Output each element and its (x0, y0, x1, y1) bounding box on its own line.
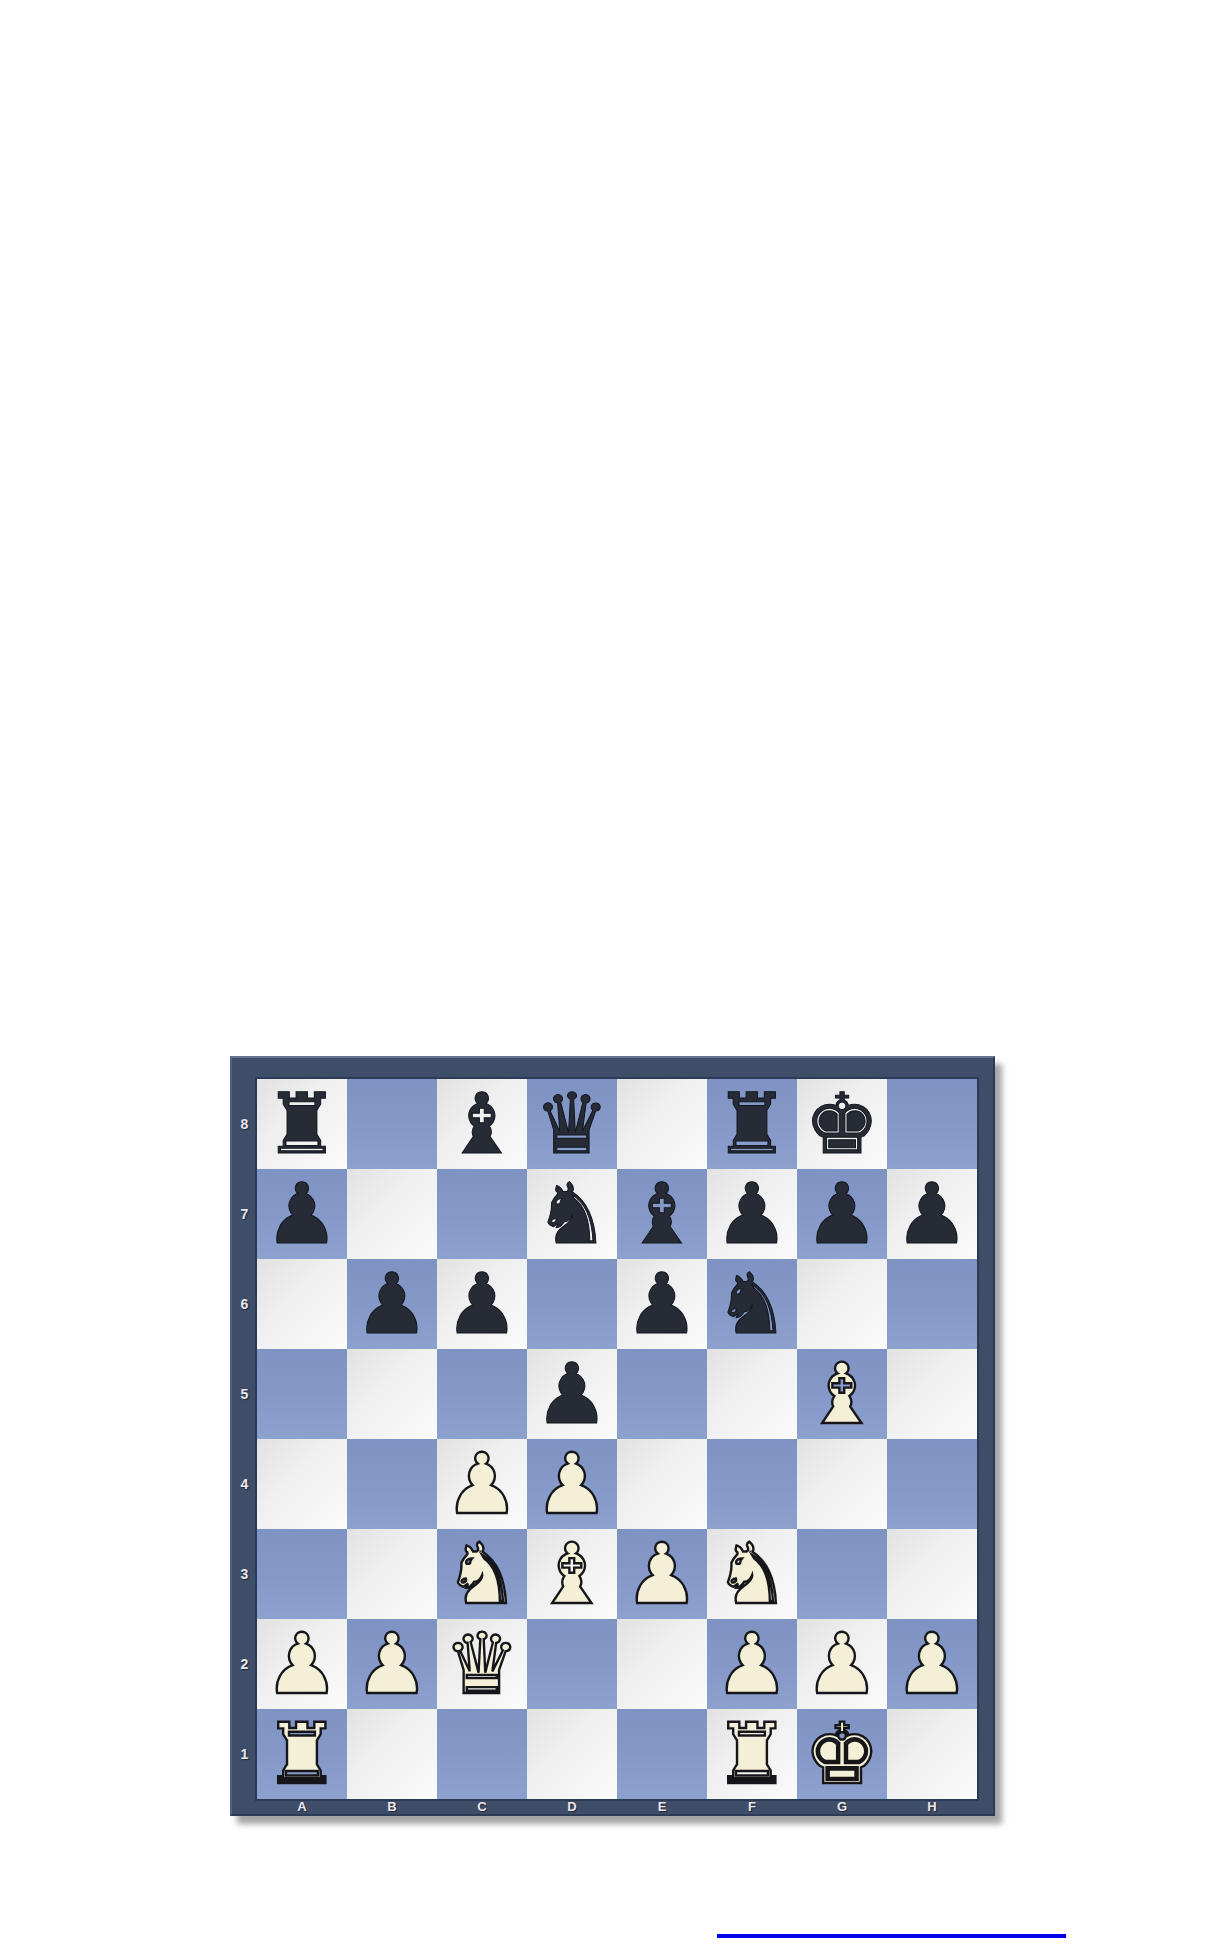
black-pawn-a7: ♟ (264, 1172, 339, 1256)
square-f3: ♞ (707, 1529, 797, 1619)
white-king-g1: ♚ (804, 1712, 879, 1796)
square-b4 (347, 1439, 437, 1529)
chess-board: 87654321 ♜♝♛♜♚♟♞♝♟♟♟♟♟♟♞♟♝♟♟♞♝♟♞♟♟♛♟♟♟♜♜… (230, 1056, 995, 1816)
square-g2: ♟ (797, 1619, 887, 1709)
square-a6 (257, 1259, 347, 1349)
square-a7: ♟ (257, 1169, 347, 1259)
bottom-link-underline[interactable] (717, 1934, 1066, 1938)
black-pawn-d5: ♟ (534, 1352, 609, 1436)
square-g6 (797, 1259, 887, 1349)
rank-label-6: 6 (232, 1259, 257, 1349)
file-label-f: F (707, 1799, 797, 1816)
square-c6: ♟ (437, 1259, 527, 1349)
square-e1 (617, 1709, 707, 1799)
white-pawn-a2: ♟ (264, 1622, 339, 1706)
black-pawn-b6: ♟ (354, 1262, 429, 1346)
square-d8: ♛ (527, 1079, 617, 1169)
white-pawn-h2: ♟ (894, 1622, 969, 1706)
square-f6: ♞ (707, 1259, 797, 1349)
white-bishop-d3: ♝ (534, 1532, 609, 1616)
square-c8: ♝ (437, 1079, 527, 1169)
square-g1: ♚ (797, 1709, 887, 1799)
rank-label-1: 1 (232, 1709, 257, 1799)
white-pawn-f2: ♟ (714, 1622, 789, 1706)
rank-label-3: 3 (232, 1529, 257, 1619)
black-knight-d7: ♞ (534, 1172, 609, 1256)
square-d5: ♟ (527, 1349, 617, 1439)
white-pawn-e3: ♟ (624, 1532, 699, 1616)
square-f8: ♜ (707, 1079, 797, 1169)
square-f7: ♟ (707, 1169, 797, 1259)
square-c2: ♛ (437, 1619, 527, 1709)
square-c7 (437, 1169, 527, 1259)
board-grid: ♜♝♛♜♚♟♞♝♟♟♟♟♟♟♞♟♝♟♟♞♝♟♞♟♟♛♟♟♟♜♜♚ (257, 1079, 977, 1799)
square-a5 (257, 1349, 347, 1439)
black-rook-a8: ♜ (264, 1082, 339, 1166)
square-h1 (887, 1709, 977, 1799)
file-label-d: D (527, 1799, 617, 1816)
square-a4 (257, 1439, 347, 1529)
rank-label-4: 4 (232, 1439, 257, 1529)
white-rook-a1: ♜ (264, 1712, 339, 1796)
black-pawn-g7: ♟ (804, 1172, 879, 1256)
white-knight-f3: ♞ (714, 1532, 789, 1616)
file-label-e: E (617, 1799, 707, 1816)
square-g3 (797, 1529, 887, 1619)
black-rook-f8: ♜ (714, 1082, 789, 1166)
file-label-c: C (437, 1799, 527, 1816)
square-f5 (707, 1349, 797, 1439)
white-bishop-g5: ♝ (804, 1352, 879, 1436)
square-c1 (437, 1709, 527, 1799)
square-e4 (617, 1439, 707, 1529)
square-h3 (887, 1529, 977, 1619)
square-b1 (347, 1709, 437, 1799)
black-queen-d8: ♛ (534, 1082, 609, 1166)
square-e2 (617, 1619, 707, 1709)
black-bishop-c8: ♝ (444, 1082, 519, 1166)
white-pawn-g2: ♟ (804, 1622, 879, 1706)
square-e5 (617, 1349, 707, 1439)
file-label-h: H (887, 1799, 977, 1816)
square-h5 (887, 1349, 977, 1439)
square-f1: ♜ (707, 1709, 797, 1799)
file-label-g: G (797, 1799, 887, 1816)
square-e3: ♟ (617, 1529, 707, 1619)
square-h2: ♟ (887, 1619, 977, 1709)
white-knight-c3: ♞ (444, 1532, 519, 1616)
square-a1: ♜ (257, 1709, 347, 1799)
white-queen-c2: ♛ (444, 1622, 519, 1706)
square-d4: ♟ (527, 1439, 617, 1529)
white-pawn-b2: ♟ (354, 1622, 429, 1706)
white-pawn-c4: ♟ (444, 1442, 519, 1526)
black-king-g8: ♚ (804, 1082, 879, 1166)
black-bishop-e7: ♝ (624, 1172, 699, 1256)
square-g5: ♝ (797, 1349, 887, 1439)
black-knight-f6: ♞ (714, 1262, 789, 1346)
square-d3: ♝ (527, 1529, 617, 1619)
square-h6 (887, 1259, 977, 1349)
square-g7: ♟ (797, 1169, 887, 1259)
square-f4 (707, 1439, 797, 1529)
white-pawn-d4: ♟ (534, 1442, 609, 1526)
square-a2: ♟ (257, 1619, 347, 1709)
file-label-a: A (257, 1799, 347, 1816)
black-pawn-c6: ♟ (444, 1262, 519, 1346)
white-rook-f1: ♜ (714, 1712, 789, 1796)
square-g4 (797, 1439, 887, 1529)
black-pawn-h7: ♟ (894, 1172, 969, 1256)
rank-label-7: 7 (232, 1169, 257, 1259)
square-c3: ♞ (437, 1529, 527, 1619)
rank-label-2: 2 (232, 1619, 257, 1709)
black-pawn-e6: ♟ (624, 1262, 699, 1346)
square-e7: ♝ (617, 1169, 707, 1259)
square-c5 (437, 1349, 527, 1439)
square-e8 (617, 1079, 707, 1169)
square-b6: ♟ (347, 1259, 437, 1349)
square-d2 (527, 1619, 617, 1709)
square-a3 (257, 1529, 347, 1619)
file-label-b: B (347, 1799, 437, 1816)
square-c4: ♟ (437, 1439, 527, 1529)
file-labels: ABCDEFGH (257, 1799, 977, 1816)
square-f2: ♟ (707, 1619, 797, 1709)
square-b3 (347, 1529, 437, 1619)
rank-label-8: 8 (232, 1079, 257, 1169)
page: 87654321 ♜♝♛♜♚♟♞♝♟♟♟♟♟♟♞♟♝♟♟♞♝♟♞♟♟♛♟♟♟♜♜… (0, 0, 1224, 1952)
square-e6: ♟ (617, 1259, 707, 1349)
square-a8: ♜ (257, 1079, 347, 1169)
square-d6 (527, 1259, 617, 1349)
square-b2: ♟ (347, 1619, 437, 1709)
square-h8 (887, 1079, 977, 1169)
square-b5 (347, 1349, 437, 1439)
black-pawn-f7: ♟ (714, 1172, 789, 1256)
rank-label-5: 5 (232, 1349, 257, 1439)
square-d1 (527, 1709, 617, 1799)
square-b7 (347, 1169, 437, 1259)
square-h4 (887, 1439, 977, 1529)
square-d7: ♞ (527, 1169, 617, 1259)
rank-labels: 87654321 (232, 1079, 257, 1799)
square-h7: ♟ (887, 1169, 977, 1259)
square-b8 (347, 1079, 437, 1169)
square-g8: ♚ (797, 1079, 887, 1169)
